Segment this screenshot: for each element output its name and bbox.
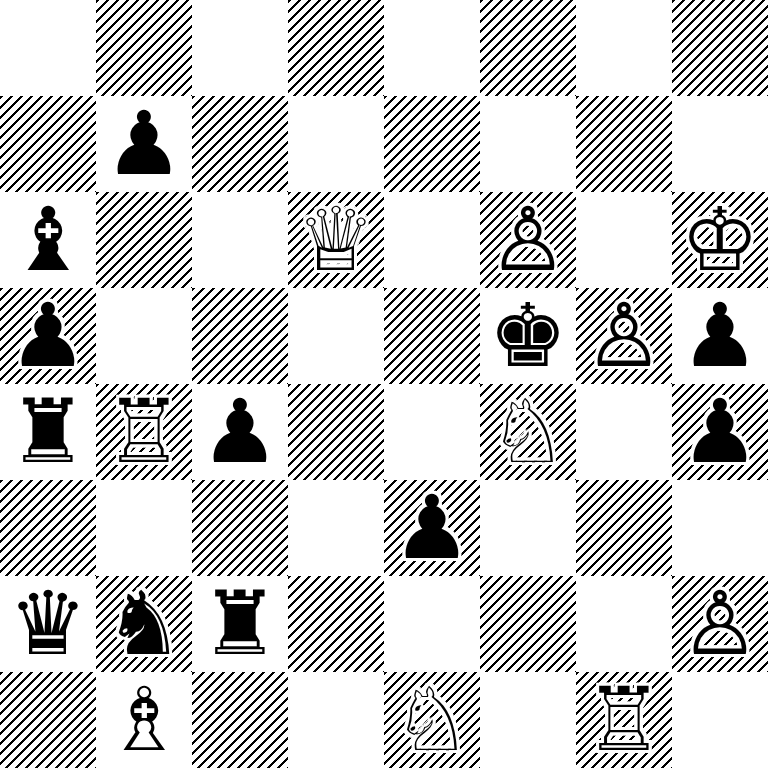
square-b4[interactable]: ♖ — [96, 384, 192, 480]
square-h3[interactable] — [672, 480, 768, 576]
square-a6[interactable]: ♝ — [0, 192, 96, 288]
square-a4[interactable]: ♜ — [0, 384, 96, 480]
square-f4[interactable]: ♘ — [480, 384, 576, 480]
square-d5[interactable] — [288, 288, 384, 384]
square-d1[interactable] — [288, 672, 384, 768]
piece-black-pawn[interactable]: ♟ — [105, 96, 184, 192]
square-f2[interactable] — [480, 576, 576, 672]
piece-white-king[interactable]: ♔ — [681, 192, 760, 288]
square-h8[interactable] — [672, 0, 768, 96]
square-g1[interactable]: ♖ — [576, 672, 672, 768]
piece-black-knight[interactable]: ♞ — [105, 576, 184, 672]
square-d8[interactable] — [288, 0, 384, 96]
square-f8[interactable] — [480, 0, 576, 96]
square-f3[interactable] — [480, 480, 576, 576]
square-b3[interactable] — [96, 480, 192, 576]
square-c6[interactable] — [192, 192, 288, 288]
square-f1[interactable] — [480, 672, 576, 768]
square-h5[interactable]: ♟ — [672, 288, 768, 384]
square-d6[interactable]: ♕ — [288, 192, 384, 288]
square-a5[interactable]: ♟ — [0, 288, 96, 384]
square-e3[interactable]: ♟ — [384, 480, 480, 576]
piece-white-bishop[interactable]: ♗ — [105, 672, 184, 768]
square-b6[interactable] — [96, 192, 192, 288]
square-h2[interactable]: ♙ — [672, 576, 768, 672]
square-b7[interactable]: ♟ — [96, 96, 192, 192]
square-f6[interactable]: ♙ — [480, 192, 576, 288]
square-g3[interactable] — [576, 480, 672, 576]
square-g8[interactable] — [576, 0, 672, 96]
square-h4[interactable]: ♟ — [672, 384, 768, 480]
piece-white-pawn[interactable]: ♙ — [681, 576, 760, 672]
square-c5[interactable] — [192, 288, 288, 384]
square-c3[interactable] — [192, 480, 288, 576]
piece-white-pawn[interactable]: ♙ — [489, 192, 568, 288]
square-c8[interactable] — [192, 0, 288, 96]
square-b2[interactable]: ♞ — [96, 576, 192, 672]
piece-black-queen[interactable]: ♛ — [9, 576, 88, 672]
square-c4[interactable]: ♟ — [192, 384, 288, 480]
square-b8[interactable] — [96, 0, 192, 96]
square-f5[interactable]: ♚ — [480, 288, 576, 384]
square-g2[interactable] — [576, 576, 672, 672]
piece-white-rook[interactable]: ♖ — [105, 384, 184, 480]
square-e2[interactable] — [384, 576, 480, 672]
square-g5[interactable]: ♙ — [576, 288, 672, 384]
square-e5[interactable] — [384, 288, 480, 384]
square-e1[interactable]: ♘ — [384, 672, 480, 768]
piece-black-pawn[interactable]: ♟ — [9, 288, 88, 384]
square-c7[interactable] — [192, 96, 288, 192]
piece-black-pawn[interactable]: ♟ — [393, 480, 472, 576]
square-h7[interactable] — [672, 96, 768, 192]
piece-black-pawn[interactable]: ♟ — [681, 384, 760, 480]
piece-black-rook[interactable]: ♜ — [201, 576, 280, 672]
square-c1[interactable] — [192, 672, 288, 768]
square-a7[interactable] — [0, 96, 96, 192]
square-a2[interactable]: ♛ — [0, 576, 96, 672]
piece-black-bishop[interactable]: ♝ — [9, 192, 88, 288]
square-g7[interactable] — [576, 96, 672, 192]
square-g4[interactable] — [576, 384, 672, 480]
square-e8[interactable] — [384, 0, 480, 96]
square-a3[interactable] — [0, 480, 96, 576]
square-a1[interactable] — [0, 672, 96, 768]
piece-white-knight[interactable]: ♘ — [489, 384, 568, 480]
square-e4[interactable] — [384, 384, 480, 480]
square-b5[interactable] — [96, 288, 192, 384]
piece-black-rook[interactable]: ♜ — [9, 384, 88, 480]
square-c2[interactable]: ♜ — [192, 576, 288, 672]
piece-white-queen[interactable]: ♕ — [297, 192, 376, 288]
square-d2[interactable] — [288, 576, 384, 672]
square-f7[interactable] — [480, 96, 576, 192]
piece-black-pawn[interactable]: ♟ — [681, 288, 760, 384]
square-d4[interactable] — [288, 384, 384, 480]
piece-white-rook[interactable]: ♖ — [585, 672, 664, 768]
piece-white-knight[interactable]: ♘ — [393, 672, 472, 768]
square-e7[interactable] — [384, 96, 480, 192]
piece-black-king[interactable]: ♚ — [489, 288, 568, 384]
square-d3[interactable] — [288, 480, 384, 576]
square-e6[interactable] — [384, 192, 480, 288]
square-g6[interactable] — [576, 192, 672, 288]
piece-white-pawn[interactable]: ♙ — [585, 288, 664, 384]
square-d7[interactable] — [288, 96, 384, 192]
chess-board: ♟♝♕♙♔♟♚♙♟♜♖♟♘♟♟♛♞♜♙♗♘♖ — [0, 0, 768, 768]
piece-black-pawn[interactable]: ♟ — [201, 384, 280, 480]
square-a8[interactable] — [0, 0, 96, 96]
square-h1[interactable] — [672, 672, 768, 768]
square-b1[interactable]: ♗ — [96, 672, 192, 768]
square-h6[interactable]: ♔ — [672, 192, 768, 288]
